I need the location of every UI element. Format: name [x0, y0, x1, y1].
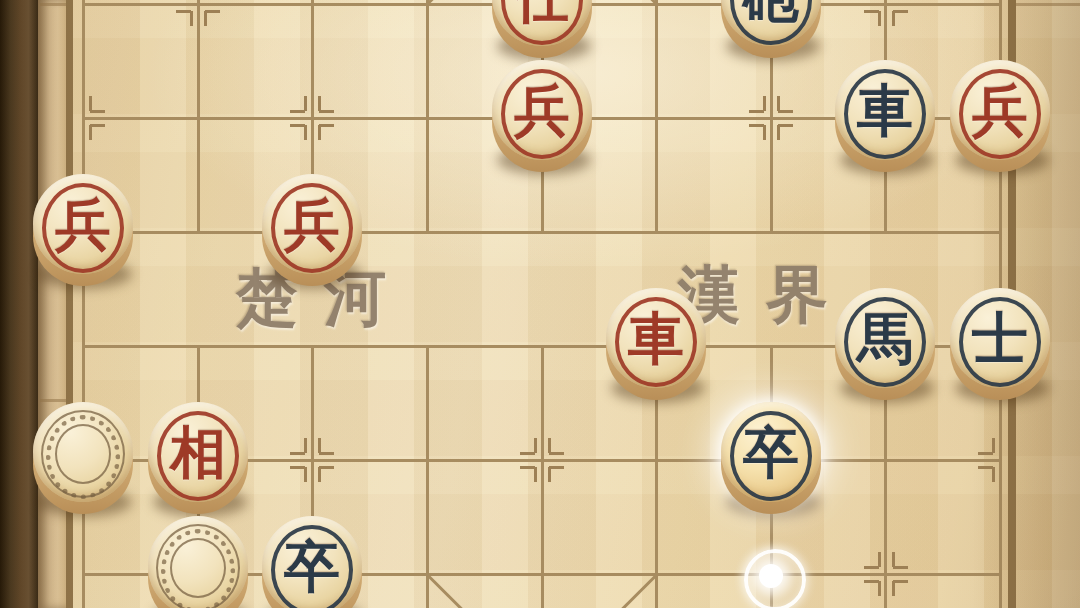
- position-marker: [549, 466, 564, 469]
- piece-black-soldier-g7[interactable]: 卒: [720, 401, 822, 517]
- position-marker: [777, 125, 780, 140]
- position-marker: [318, 96, 321, 111]
- position-marker: [893, 566, 908, 569]
- position-marker: [548, 467, 551, 482]
- position-marker: [204, 11, 207, 26]
- position-marker: [549, 452, 564, 455]
- hidden-ornament-ring: [170, 538, 226, 598]
- xiangqi-board[interactable]: 楚河 漢界 仕砲兵車兵兵兵車馬士相卒卒: [0, 0, 1080, 608]
- position-marker: [893, 580, 908, 583]
- position-marker: [893, 10, 908, 13]
- piece-glyph: 砲: [721, 0, 821, 46]
- position-marker: [763, 96, 766, 111]
- piece-hidden-a7[interactable]: [32, 401, 134, 517]
- xiangqi-app-screenshot: 楚河 漢界 仕砲兵車兵兵兵車馬士相卒卒: [0, 0, 1080, 608]
- piece-glyph: 卒: [721, 402, 821, 502]
- move-target-marker[interactable]: [744, 549, 806, 608]
- position-marker: [304, 96, 307, 111]
- position-marker: [992, 438, 995, 453]
- position-marker: [548, 438, 551, 453]
- piece-hidden-b8[interactable]: [147, 515, 249, 608]
- piece-red-advisor-e3[interactable]: 仕: [491, 0, 593, 61]
- grid-line-file: [426, 0, 429, 234]
- piece-black-advisor-i6[interactable]: 士: [949, 287, 1051, 403]
- position-marker: [878, 581, 881, 596]
- piece-black-soldier-c8[interactable]: 卒: [261, 515, 363, 608]
- position-marker: [304, 467, 307, 482]
- position-marker: [534, 467, 537, 482]
- position-marker: [878, 552, 881, 567]
- position-marker: [318, 467, 321, 482]
- position-marker: [205, 10, 220, 13]
- grid-line-file: [426, 346, 429, 608]
- position-marker: [892, 11, 895, 26]
- position-marker: [90, 110, 105, 113]
- position-marker: [304, 125, 307, 140]
- piece-glyph: 車: [606, 288, 706, 388]
- piece-black-chariot-h4[interactable]: 車: [834, 59, 936, 175]
- position-marker: [892, 552, 895, 567]
- margin-seam: [40, 3, 66, 6]
- hidden-ornament-ring: [55, 424, 111, 484]
- position-marker: [763, 125, 766, 140]
- grid-line-file: [541, 346, 544, 608]
- piece-red-soldier-e4[interactable]: 兵: [491, 59, 593, 175]
- margin-seam: [1016, 3, 1080, 6]
- position-marker: [778, 110, 793, 113]
- piece-glyph: 兵: [33, 174, 133, 274]
- piece-black-cannon-g3[interactable]: 砲: [720, 0, 822, 61]
- position-marker: [89, 125, 92, 140]
- piece-red-chariot-f6[interactable]: 車: [605, 287, 707, 403]
- piece-glyph: 卒: [262, 516, 362, 608]
- piece-black-horse-h6[interactable]: 馬: [834, 287, 936, 403]
- position-marker: [318, 438, 321, 453]
- position-marker: [777, 96, 780, 111]
- grid-line-file: [197, 0, 200, 234]
- position-marker: [319, 452, 334, 455]
- position-marker: [778, 124, 793, 127]
- position-marker: [318, 125, 321, 140]
- position-marker: [992, 467, 995, 482]
- move-target-dot: [759, 564, 783, 588]
- piece-glyph: 馬: [835, 288, 935, 388]
- piece-red-soldier-c5[interactable]: 兵: [261, 173, 363, 289]
- position-marker: [90, 124, 105, 127]
- position-marker: [319, 466, 334, 469]
- piece-red-soldier-a5[interactable]: 兵: [32, 173, 134, 289]
- position-marker: [878, 11, 881, 26]
- piece-glyph: 兵: [492, 60, 592, 160]
- grid-line-file: [655, 0, 658, 234]
- position-marker: [892, 581, 895, 596]
- piece-red-soldier-i4[interactable]: 兵: [949, 59, 1051, 175]
- position-marker: [319, 124, 334, 127]
- position-marker: [190, 11, 193, 26]
- position-marker: [304, 438, 307, 453]
- piece-glyph: 兵: [262, 174, 362, 274]
- position-marker: [89, 96, 92, 111]
- position-marker: [319, 110, 334, 113]
- position-marker: [534, 438, 537, 453]
- piece-glyph: 車: [835, 60, 935, 160]
- piece-glyph: 仕: [492, 0, 592, 46]
- piece-glyph: 士: [950, 288, 1050, 388]
- piece-glyph: 兵: [950, 60, 1050, 160]
- piece-glyph: 相: [148, 402, 248, 502]
- piece-red-elephant-b7[interactable]: 相: [147, 401, 249, 517]
